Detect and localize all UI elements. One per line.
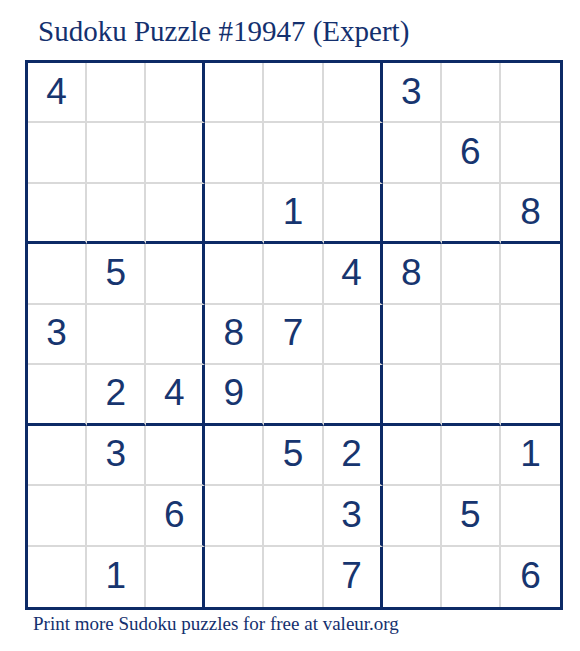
cell-r7c3[interactable] [146,426,205,486]
cell-r3c3[interactable] [146,184,205,244]
cell-r2c8[interactable]: 6 [442,123,501,183]
cell-r7c1[interactable] [28,426,87,486]
cell-r1c6[interactable] [324,63,383,123]
cell-r3c6[interactable] [324,184,383,244]
cell-r6c4[interactable]: 9 [205,365,264,425]
cell-r8c5[interactable] [264,486,323,546]
cell-r3c1[interactable] [28,184,87,244]
cell-r8c8[interactable]: 5 [442,486,501,546]
cell-r2c7[interactable] [383,123,442,183]
cell-r1c8[interactable] [442,63,501,123]
cell-r5c3[interactable] [146,305,205,365]
cell-r8c6[interactable]: 3 [324,486,383,546]
cell-r7c2[interactable]: 3 [87,426,146,486]
cell-r4c8[interactable] [442,244,501,304]
cell-r4c1[interactable] [28,244,87,304]
cell-r9c3[interactable] [146,547,205,607]
cell-r5c8[interactable] [442,305,501,365]
cell-r1c3[interactable] [146,63,205,123]
cell-r3c2[interactable] [87,184,146,244]
cell-r3c9[interactable]: 8 [501,184,560,244]
cell-r2c2[interactable] [87,123,146,183]
cell-r2c4[interactable] [205,123,264,183]
cell-r2c6[interactable] [324,123,383,183]
cell-r4c6[interactable]: 4 [324,244,383,304]
cell-r5c2[interactable] [87,305,146,365]
cell-r5c6[interactable] [324,305,383,365]
cell-r4c7[interactable]: 8 [383,244,442,304]
cell-r2c3[interactable] [146,123,205,183]
cell-r6c5[interactable] [264,365,323,425]
cell-r8c9[interactable] [501,486,560,546]
cell-r1c4[interactable] [205,63,264,123]
cell-r3c5[interactable]: 1 [264,184,323,244]
cell-r6c2[interactable]: 2 [87,365,146,425]
cell-r5c5[interactable]: 7 [264,305,323,365]
cell-r9c6[interactable]: 7 [324,547,383,607]
cell-r9c2[interactable]: 1 [87,547,146,607]
cell-r7c4[interactable] [205,426,264,486]
cell-r9c1[interactable] [28,547,87,607]
cell-r6c6[interactable] [324,365,383,425]
page-title: Sudoku Puzzle #19947 (Expert) [38,16,409,48]
cell-r2c1[interactable] [28,123,87,183]
cell-r4c5[interactable] [264,244,323,304]
cell-r1c7[interactable]: 3 [383,63,442,123]
cell-r4c4[interactable] [205,244,264,304]
cell-r8c3[interactable]: 6 [146,486,205,546]
cell-r4c2[interactable]: 5 [87,244,146,304]
cell-r9c5[interactable] [264,547,323,607]
cell-r2c5[interactable] [264,123,323,183]
cell-r7c8[interactable] [442,426,501,486]
cell-r6c8[interactable] [442,365,501,425]
cell-r5c1[interactable]: 3 [28,305,87,365]
cell-r6c1[interactable] [28,365,87,425]
cell-r6c7[interactable] [383,365,442,425]
cell-r9c8[interactable] [442,547,501,607]
cell-r1c1[interactable]: 4 [28,63,87,123]
cell-r2c9[interactable] [501,123,560,183]
cell-r7c6[interactable]: 2 [324,426,383,486]
cell-r8c4[interactable] [205,486,264,546]
cell-r5c4[interactable]: 8 [205,305,264,365]
cell-r1c2[interactable] [87,63,146,123]
cell-r7c7[interactable] [383,426,442,486]
cell-r8c1[interactable] [28,486,87,546]
footer-text: Print more Sudoku puzzles for free at va… [33,613,399,636]
cell-r7c5[interactable]: 5 [264,426,323,486]
cell-r1c5[interactable] [264,63,323,123]
cell-r4c3[interactable] [146,244,205,304]
cell-r3c8[interactable] [442,184,501,244]
cell-r5c7[interactable] [383,305,442,365]
cell-r3c7[interactable] [383,184,442,244]
cell-r7c9[interactable]: 1 [501,426,560,486]
cell-r8c2[interactable] [87,486,146,546]
cell-r9c9[interactable]: 6 [501,547,560,607]
cell-r8c7[interactable] [383,486,442,546]
cell-r9c4[interactable] [205,547,264,607]
cell-r1c9[interactable] [501,63,560,123]
cell-r3c4[interactable] [205,184,264,244]
cell-r9c7[interactable] [383,547,442,607]
sudoku-page: Sudoku Puzzle #19947 (Expert) 4361854838… [0,0,580,651]
sudoku-grid: 436185483872493521635176 [25,60,563,610]
cell-r5c9[interactable] [501,305,560,365]
cell-r6c9[interactable] [501,365,560,425]
cell-r4c9[interactable] [501,244,560,304]
cell-r6c3[interactable]: 4 [146,365,205,425]
